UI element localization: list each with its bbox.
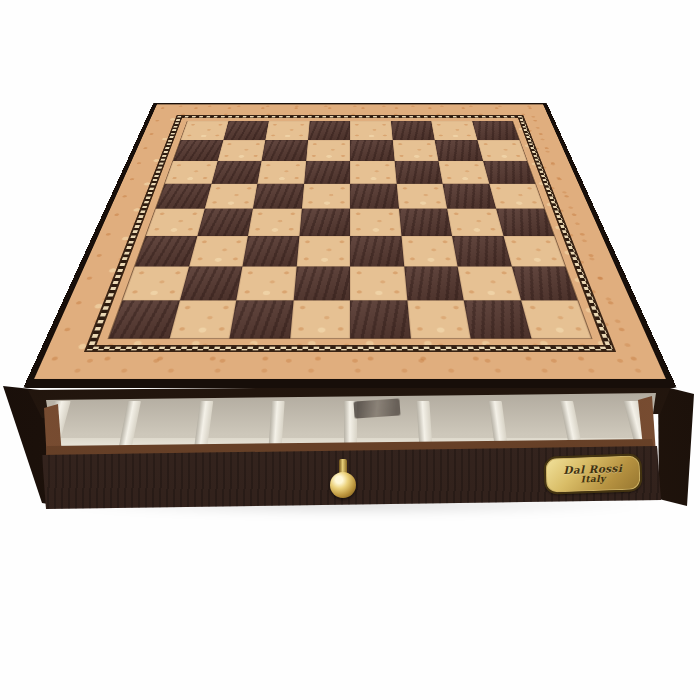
drawer-knob[interactable]: [330, 472, 356, 498]
square-b3[interactable]: [189, 236, 248, 266]
square-c1[interactable]: [229, 300, 293, 338]
square-f1[interactable]: [407, 300, 471, 338]
square-h2[interactable]: [511, 266, 577, 300]
square-b4[interactable]: [197, 209, 253, 236]
square-a8[interactable]: [181, 121, 229, 140]
square-d8[interactable]: [308, 121, 350, 140]
square-b6[interactable]: [211, 161, 261, 184]
square-c7[interactable]: [262, 140, 308, 161]
square-f7[interactable]: [392, 140, 438, 161]
square-e6[interactable]: [350, 161, 396, 184]
square-d1[interactable]: [290, 300, 350, 338]
square-h1[interactable]: [521, 300, 592, 338]
square-g2[interactable]: [458, 266, 521, 300]
square-f2[interactable]: [404, 266, 464, 300]
square-e2[interactable]: [350, 266, 407, 300]
square-d2[interactable]: [293, 266, 350, 300]
maple-border: [34, 104, 666, 378]
square-c5[interactable]: [253, 184, 304, 209]
square-e1[interactable]: [350, 300, 410, 338]
square-g1[interactable]: [464, 300, 531, 338]
product-photo: Dal Rossi Italy: [0, 0, 700, 700]
square-g7[interactable]: [435, 140, 483, 161]
square-d5[interactable]: [301, 184, 350, 209]
square-d6[interactable]: [304, 161, 350, 184]
square-a1[interactable]: [109, 300, 180, 338]
chess-board-lid: [23, 103, 677, 388]
square-c2[interactable]: [236, 266, 296, 300]
square-e3[interactable]: [350, 236, 404, 266]
square-f5[interactable]: [396, 184, 447, 209]
square-a4[interactable]: [146, 209, 205, 236]
square-h3[interactable]: [503, 236, 565, 266]
square-d4[interactable]: [299, 209, 350, 236]
square-a3[interactable]: [135, 236, 197, 266]
chess-board: [107, 121, 592, 339]
square-h8[interactable]: [472, 121, 520, 140]
square-g8[interactable]: [431, 121, 477, 140]
square-g5[interactable]: [443, 184, 496, 209]
square-f4[interactable]: [399, 209, 453, 236]
square-h4[interactable]: [496, 209, 555, 236]
square-a7[interactable]: [173, 140, 223, 161]
square-e7[interactable]: [350, 140, 394, 161]
square-f3[interactable]: [401, 236, 458, 266]
square-c3[interactable]: [242, 236, 299, 266]
square-e8[interactable]: [350, 121, 392, 140]
square-d3[interactable]: [296, 236, 350, 266]
square-d7[interactable]: [306, 140, 350, 161]
brand-plaque-line2: Italy: [581, 474, 606, 484]
square-c6[interactable]: [257, 161, 305, 184]
square-g6[interactable]: [438, 161, 488, 184]
square-c4[interactable]: [248, 209, 302, 236]
square-b7[interactable]: [217, 140, 265, 161]
square-f6[interactable]: [394, 161, 442, 184]
square-a2[interactable]: [123, 266, 189, 300]
square-a6[interactable]: [165, 161, 217, 184]
square-e4[interactable]: [350, 209, 401, 236]
square-e5[interactable]: [350, 184, 399, 209]
square-h6[interactable]: [483, 161, 535, 184]
square-b5[interactable]: [204, 184, 257, 209]
square-c8[interactable]: [265, 121, 309, 140]
brand-plaque: Dal Rossi Italy: [543, 453, 642, 494]
square-g3[interactable]: [452, 236, 511, 266]
square-f8[interactable]: [391, 121, 435, 140]
square-b2[interactable]: [179, 266, 242, 300]
square-h5[interactable]: [489, 184, 544, 209]
square-b1[interactable]: [169, 300, 236, 338]
square-a5[interactable]: [156, 184, 211, 209]
maker-stamp: [353, 398, 400, 418]
square-h7[interactable]: [477, 140, 527, 161]
square-b8[interactable]: [223, 121, 269, 140]
square-g4[interactable]: [447, 209, 503, 236]
